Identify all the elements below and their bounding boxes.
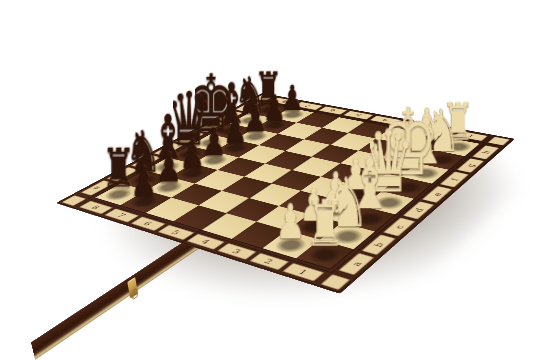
square-a6[interactable] [146, 198, 198, 221]
frame-corner-block [61, 195, 86, 206]
coordinate-label-7: 7 [104, 208, 139, 222]
square-b6[interactable] [171, 184, 221, 206]
chess-board: abcdefgh abcdefgh 87654321 87654321 ♜♞♝♛… [56, 93, 516, 294]
piece-white-rook-a1[interactable]: ♜ [304, 191, 346, 254]
frame-corner-block [488, 137, 510, 146]
square-a4[interactable] [201, 213, 255, 238]
brass-clasp-icon [127, 277, 138, 299]
coordinate-label-8: 8 [79, 201, 113, 214]
frame-corner-block [320, 274, 350, 290]
chess-set-photo: abcdefgh abcdefgh 87654321 87654321 ♜♞♝♛… [0, 0, 540, 360]
coordinate-label-6: 6 [130, 216, 166, 231]
piece-black-pawn-a7[interactable]: ♟ [126, 159, 162, 201]
